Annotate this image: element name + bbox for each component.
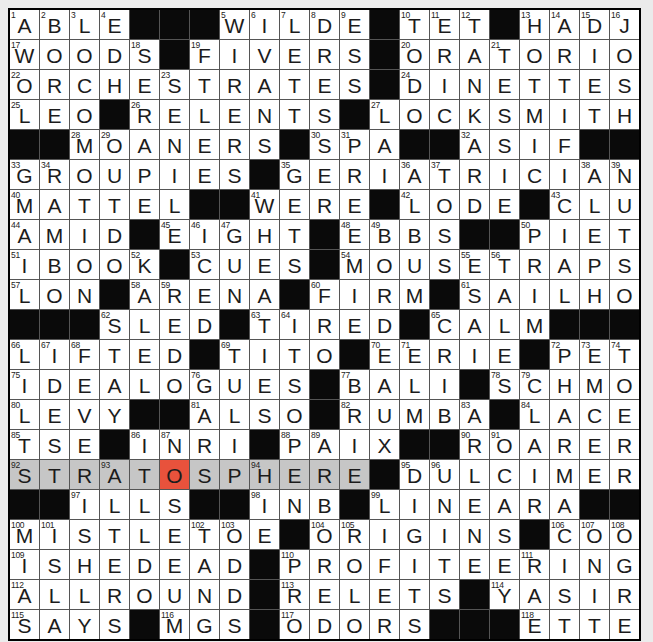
- cell-r21c3[interactable]: Y: [70, 610, 99, 639]
- cell-r16c15[interactable]: 96U: [430, 460, 459, 489]
- cell-r8c14[interactable]: B: [400, 220, 429, 249]
- cell-r13c17[interactable]: 78S: [490, 370, 519, 399]
- cell-r3c12[interactable]: S: [340, 70, 369, 99]
- cell-r2c1[interactable]: 17W: [10, 40, 39, 69]
- cell-r15c8[interactable]: I: [220, 430, 249, 459]
- cell-r12c17[interactable]: E: [490, 340, 519, 369]
- cell-r4c19[interactable]: I: [550, 100, 579, 129]
- cell-r18c19[interactable]: 106C: [550, 520, 579, 549]
- cell-r5c6[interactable]: N: [160, 130, 189, 159]
- cell-r11c15[interactable]: 65C: [430, 310, 459, 339]
- cell-r16c11[interactable]: R: [310, 460, 339, 489]
- cell-r14c2[interactable]: E: [40, 400, 69, 429]
- cell-r17c13[interactable]: 99L: [370, 490, 399, 519]
- cell-r14c19[interactable]: A: [550, 400, 579, 429]
- cell-r18c9[interactable]: E: [250, 520, 279, 549]
- cell-r3c21[interactable]: S: [610, 70, 639, 99]
- cell-r3c7[interactable]: T: [190, 70, 219, 99]
- cell-r20c11[interactable]: E: [310, 580, 339, 609]
- cell-r16c14[interactable]: 95D: [400, 460, 429, 489]
- cell-r7c3[interactable]: T: [70, 190, 99, 219]
- cell-r8c7[interactable]: 46I: [190, 220, 219, 249]
- cell-r8c8[interactable]: 47G: [220, 220, 249, 249]
- cell-r2c21[interactable]: O: [610, 40, 639, 69]
- cell-r15c16[interactable]: 90R: [460, 430, 489, 459]
- cell-r18c1[interactable]: 100M: [10, 520, 39, 549]
- cell-r19c19[interactable]: I: [550, 550, 579, 579]
- cell-r15c7[interactable]: R: [190, 430, 219, 459]
- cell-r4c6[interactable]: E: [160, 100, 189, 129]
- cell-r19c17[interactable]: E: [490, 550, 519, 579]
- cell-r20c1[interactable]: 112A: [10, 580, 39, 609]
- cell-r20c14[interactable]: T: [400, 580, 429, 609]
- cell-r9c4[interactable]: O: [100, 250, 129, 279]
- cell-r10c9[interactable]: A: [250, 280, 279, 309]
- cell-r20c12[interactable]: L: [340, 580, 369, 609]
- cell-r18c21[interactable]: 108O: [610, 520, 639, 549]
- cell-r10c13[interactable]: R: [370, 280, 399, 309]
- cell-r16c12[interactable]: E: [340, 460, 369, 489]
- cell-r16c21[interactable]: R: [610, 460, 639, 489]
- cell-r13c5[interactable]: L: [130, 370, 159, 399]
- cell-r10c18[interactable]: I: [520, 280, 549, 309]
- cell-r19c15[interactable]: T: [430, 550, 459, 579]
- cell-r15c21[interactable]: R: [610, 430, 639, 459]
- cell-r4c10[interactable]: T: [280, 100, 309, 129]
- cell-r12c2[interactable]: 67I: [40, 340, 69, 369]
- cell-r15c2[interactable]: S: [40, 430, 69, 459]
- cell-r5c4[interactable]: 29O: [100, 130, 129, 159]
- cell-r1c18[interactable]: 13H: [520, 10, 549, 39]
- cell-r16c3[interactable]: R: [70, 460, 99, 489]
- cell-r16c10[interactable]: E: [280, 460, 309, 489]
- cell-r17c11[interactable]: B: [310, 490, 339, 519]
- cell-r4c21[interactable]: H: [610, 100, 639, 129]
- cell-r19c2[interactable]: S: [40, 550, 69, 579]
- cell-r6c13[interactable]: I: [370, 160, 399, 189]
- cell-r15c1[interactable]: 85T: [10, 430, 39, 459]
- cell-r19c14[interactable]: I: [400, 550, 429, 579]
- cell-r5c5[interactable]: A: [130, 130, 159, 159]
- cell-r14c15[interactable]: B: [430, 400, 459, 429]
- cell-r18c11[interactable]: 104O: [310, 520, 339, 549]
- cell-r18c14[interactable]: G: [400, 520, 429, 549]
- cell-r3c1[interactable]: 22O: [10, 70, 39, 99]
- cell-r19c18[interactable]: 111R: [520, 550, 549, 579]
- cell-r11c13[interactable]: D: [370, 310, 399, 339]
- cell-r6c16[interactable]: R: [460, 160, 489, 189]
- cell-r1c10[interactable]: 7L: [280, 10, 309, 39]
- cell-r21c21[interactable]: E: [610, 610, 639, 639]
- cell-r3c16[interactable]: N: [460, 70, 489, 99]
- cell-r6c19[interactable]: I: [550, 160, 579, 189]
- cell-r12c3[interactable]: 68F: [70, 340, 99, 369]
- cell-r2c12[interactable]: S: [340, 40, 369, 69]
- cell-r6c5[interactable]: P: [130, 160, 159, 189]
- cell-r5c19[interactable]: F: [550, 130, 579, 159]
- cell-r11c11[interactable]: R: [310, 310, 339, 339]
- cell-r7c6[interactable]: L: [160, 190, 189, 219]
- cell-r20c10[interactable]: 113R: [280, 580, 309, 609]
- cell-r10c11[interactable]: 60F: [310, 280, 339, 309]
- cell-r4c9[interactable]: N: [250, 100, 279, 129]
- cell-r4c14[interactable]: O: [400, 100, 429, 129]
- cell-r14c10[interactable]: O: [280, 400, 309, 429]
- cell-r16c16[interactable]: L: [460, 460, 489, 489]
- cell-r19c7[interactable]: A: [190, 550, 219, 579]
- cell-r20c15[interactable]: S: [430, 580, 459, 609]
- cell-r9c1[interactable]: 51I: [10, 250, 39, 279]
- cell-r21c13[interactable]: R: [370, 610, 399, 639]
- cell-r17c19[interactable]: A: [550, 490, 579, 519]
- cell-r13c7[interactable]: 76G: [190, 370, 219, 399]
- cell-r3c8[interactable]: R: [220, 70, 249, 99]
- cell-r13c6[interactable]: O: [160, 370, 189, 399]
- cell-r12c8[interactable]: 69T: [220, 340, 249, 369]
- cell-r18c8[interactable]: 103O: [220, 520, 249, 549]
- cell-r18c7[interactable]: 102T: [190, 520, 219, 549]
- cell-r4c3[interactable]: O: [70, 100, 99, 129]
- cell-r12c10[interactable]: T: [280, 340, 309, 369]
- cell-r3c17[interactable]: E: [490, 70, 519, 99]
- cell-r18c5[interactable]: L: [130, 520, 159, 549]
- cell-r14c1[interactable]: 80L: [10, 400, 39, 429]
- cell-r5c17[interactable]: S: [490, 130, 519, 159]
- cell-r15c3[interactable]: E: [70, 430, 99, 459]
- cell-r20c7[interactable]: N: [190, 580, 219, 609]
- cell-r11c6[interactable]: E: [160, 310, 189, 339]
- cell-r3c2[interactable]: R: [40, 70, 69, 99]
- cell-r10c14[interactable]: M: [400, 280, 429, 309]
- cell-r19c13[interactable]: F: [370, 550, 399, 579]
- cell-r21c1[interactable]: 115S: [10, 610, 39, 639]
- cell-r2c18[interactable]: O: [520, 40, 549, 69]
- cell-r8c13[interactable]: 49B: [370, 220, 399, 249]
- cell-r8c10[interactable]: T: [280, 220, 309, 249]
- cell-r9c16[interactable]: 55E: [460, 250, 489, 279]
- cell-r9c5[interactable]: 52K: [130, 250, 159, 279]
- cell-r7c17[interactable]: E: [490, 190, 519, 219]
- cell-r17c16[interactable]: E: [460, 490, 489, 519]
- cell-r16c9[interactable]: 94H: [250, 460, 279, 489]
- cell-r13c3[interactable]: E: [70, 370, 99, 399]
- cell-r13c8[interactable]: U: [220, 370, 249, 399]
- cell-r13c10[interactable]: S: [280, 370, 309, 399]
- cell-r13c2[interactable]: D: [40, 370, 69, 399]
- cell-r2c14[interactable]: 20O: [400, 40, 429, 69]
- cell-r14c14[interactable]: M: [400, 400, 429, 429]
- cell-r20c17[interactable]: 114Y: [490, 580, 519, 609]
- cell-r12c14[interactable]: 71E: [400, 340, 429, 369]
- cell-r10c2[interactable]: O: [40, 280, 69, 309]
- cell-r14c3[interactable]: V: [70, 400, 99, 429]
- cell-r20c20[interactable]: I: [580, 580, 609, 609]
- cell-r16c1[interactable]: 92S: [10, 460, 39, 489]
- cell-r3c10[interactable]: T: [280, 70, 309, 99]
- cell-r16c7[interactable]: S: [190, 460, 219, 489]
- cell-r3c18[interactable]: T: [520, 70, 549, 99]
- cell-r8c2[interactable]: M: [40, 220, 69, 249]
- cell-r1c16[interactable]: 12T: [460, 10, 489, 39]
- cell-r21c18[interactable]: 118E: [520, 610, 549, 639]
- cell-r21c19[interactable]: T: [550, 610, 579, 639]
- cell-r21c2[interactable]: A: [40, 610, 69, 639]
- cell-r18c2[interactable]: 101I: [40, 520, 69, 549]
- cell-r7c1[interactable]: 40M: [10, 190, 39, 219]
- cell-r7c16[interactable]: D: [460, 190, 489, 219]
- cell-r8c6[interactable]: 45E: [160, 220, 189, 249]
- cell-r13c14[interactable]: L: [400, 370, 429, 399]
- cell-r12c1[interactable]: 66L: [10, 340, 39, 369]
- cell-r9c20[interactable]: P: [580, 250, 609, 279]
- cell-r7c19[interactable]: 43C: [550, 190, 579, 219]
- cell-r1c2[interactable]: 2B: [40, 10, 69, 39]
- cell-r20c21[interactable]: R: [610, 580, 639, 609]
- cell-r6c11[interactable]: E: [310, 160, 339, 189]
- cell-r12c9[interactable]: I: [250, 340, 279, 369]
- cell-r6c3[interactable]: O: [70, 160, 99, 189]
- cell-r17c9[interactable]: 98I: [250, 490, 279, 519]
- cell-r2c8[interactable]: I: [220, 40, 249, 69]
- cell-r20c6[interactable]: U: [160, 580, 189, 609]
- cell-r13c19[interactable]: H: [550, 370, 579, 399]
- cell-r5c11[interactable]: 30S: [310, 130, 339, 159]
- cell-r12c16[interactable]: I: [460, 340, 489, 369]
- cell-r2c9[interactable]: V: [250, 40, 279, 69]
- cell-r4c2[interactable]: E: [40, 100, 69, 129]
- cell-r7c15[interactable]: O: [430, 190, 459, 219]
- cell-r14c9[interactable]: S: [250, 400, 279, 429]
- cell-r9c12[interactable]: 54M: [340, 250, 369, 279]
- cell-r11c17[interactable]: L: [490, 310, 519, 339]
- cell-r16c17[interactable]: C: [490, 460, 519, 489]
- cell-r9c9[interactable]: E: [250, 250, 279, 279]
- cell-r13c4[interactable]: A: [100, 370, 129, 399]
- cell-r13c12[interactable]: 77B: [340, 370, 369, 399]
- cell-r10c12[interactable]: I: [340, 280, 369, 309]
- cell-r3c14[interactable]: 24D: [400, 70, 429, 99]
- cell-r1c21[interactable]: 16J: [610, 10, 639, 39]
- cell-r15c5[interactable]: 86I: [130, 430, 159, 459]
- cell-r21c7[interactable]: G: [190, 610, 219, 639]
- cell-r5c16[interactable]: 32A: [460, 130, 489, 159]
- cell-r7c21[interactable]: U: [610, 190, 639, 219]
- cell-r1c15[interactable]: 11E: [430, 10, 459, 39]
- cell-r10c1[interactable]: 57L: [10, 280, 39, 309]
- cell-r21c4[interactable]: S: [100, 610, 129, 639]
- cell-r4c18[interactable]: M: [520, 100, 549, 129]
- cell-r12c21[interactable]: 74T: [610, 340, 639, 369]
- cell-r7c12[interactable]: E: [340, 190, 369, 219]
- cell-r3c5[interactable]: E: [130, 70, 159, 99]
- cell-r14c18[interactable]: 84L: [520, 400, 549, 429]
- cell-r2c4[interactable]: D: [100, 40, 129, 69]
- cell-r16c8[interactable]: P: [220, 460, 249, 489]
- cell-r6c17[interactable]: I: [490, 160, 519, 189]
- cell-r3c3[interactable]: C: [70, 70, 99, 99]
- cell-r16c2[interactable]: T: [40, 460, 69, 489]
- cell-r16c6[interactable]: O: [160, 460, 189, 489]
- cell-r9c2[interactable]: B: [40, 250, 69, 279]
- cell-r10c7[interactable]: E: [190, 280, 219, 309]
- cell-r19c1[interactable]: 109I: [10, 550, 39, 579]
- cell-r7c11[interactable]: R: [310, 190, 339, 219]
- cell-r21c12[interactable]: O: [340, 610, 369, 639]
- cell-r2c11[interactable]: R: [310, 40, 339, 69]
- cell-r1c8[interactable]: 5W: [220, 10, 249, 39]
- cell-r13c1[interactable]: 75I: [10, 370, 39, 399]
- cell-r17c14[interactable]: I: [400, 490, 429, 519]
- cell-r2c17[interactable]: 21T: [490, 40, 519, 69]
- cell-r15c17[interactable]: 91O: [490, 430, 519, 459]
- cell-r6c4[interactable]: U: [100, 160, 129, 189]
- cell-r5c12[interactable]: 31P: [340, 130, 369, 159]
- cell-r17c4[interactable]: L: [100, 490, 129, 519]
- cell-r2c3[interactable]: O: [70, 40, 99, 69]
- cell-r21c8[interactable]: S: [220, 610, 249, 639]
- cell-r18c12[interactable]: 105R: [340, 520, 369, 549]
- cell-r10c19[interactable]: L: [550, 280, 579, 309]
- cell-r2c7[interactable]: 19F: [190, 40, 219, 69]
- cell-r20c13[interactable]: E: [370, 580, 399, 609]
- cell-r6c21[interactable]: 39N: [610, 160, 639, 189]
- cell-r4c1[interactable]: 25L: [10, 100, 39, 129]
- cell-r13c18[interactable]: 79C: [520, 370, 549, 399]
- cell-r9c7[interactable]: 53C: [190, 250, 219, 279]
- cell-r3c6[interactable]: 23S: [160, 70, 189, 99]
- cell-r12c5[interactable]: E: [130, 340, 159, 369]
- cell-r1c20[interactable]: 15D: [580, 10, 609, 39]
- cell-r7c5[interactable]: E: [130, 190, 159, 219]
- cell-r10c21[interactable]: O: [610, 280, 639, 309]
- cell-r11c4[interactable]: 62S: [100, 310, 129, 339]
- cell-r20c8[interactable]: D: [220, 580, 249, 609]
- cell-r10c8[interactable]: N: [220, 280, 249, 309]
- cell-r20c4[interactable]: R: [100, 580, 129, 609]
- cell-r4c11[interactable]: S: [310, 100, 339, 129]
- cell-r14c13[interactable]: U: [370, 400, 399, 429]
- cell-r12c15[interactable]: R: [430, 340, 459, 369]
- cell-r19c6[interactable]: E: [160, 550, 189, 579]
- cell-r2c20[interactable]: I: [580, 40, 609, 69]
- cell-r17c10[interactable]: N: [280, 490, 309, 519]
- cell-r18c17[interactable]: S: [490, 520, 519, 549]
- cell-r6c2[interactable]: 34R: [40, 160, 69, 189]
- cell-r11c9[interactable]: 63T: [250, 310, 279, 339]
- cell-r3c11[interactable]: E: [310, 70, 339, 99]
- cell-r10c16[interactable]: 61S: [460, 280, 489, 309]
- cell-r12c6[interactable]: D: [160, 340, 189, 369]
- cell-r19c10[interactable]: 110P: [280, 550, 309, 579]
- cell-r9c3[interactable]: O: [70, 250, 99, 279]
- cell-r11c10[interactable]: 64I: [280, 310, 309, 339]
- cell-r10c3[interactable]: N: [70, 280, 99, 309]
- cell-r13c20[interactable]: M: [580, 370, 609, 399]
- cell-r7c10[interactable]: E: [280, 190, 309, 219]
- cell-r9c17[interactable]: 56T: [490, 250, 519, 279]
- cell-r20c18[interactable]: A: [520, 580, 549, 609]
- cell-r2c19[interactable]: R: [550, 40, 579, 69]
- cell-r21c10[interactable]: 117O: [280, 610, 309, 639]
- cell-r10c5[interactable]: 58A: [130, 280, 159, 309]
- cell-r16c5[interactable]: T: [130, 460, 159, 489]
- cell-r5c13[interactable]: A: [370, 130, 399, 159]
- cell-r12c19[interactable]: 72P: [550, 340, 579, 369]
- cell-r18c3[interactable]: S: [70, 520, 99, 549]
- cell-r2c15[interactable]: R: [430, 40, 459, 69]
- cell-r17c6[interactable]: S: [160, 490, 189, 519]
- cell-r1c1[interactable]: 1A: [10, 10, 39, 39]
- cell-r6c20[interactable]: 38A: [580, 160, 609, 189]
- cell-r8c1[interactable]: 44A: [10, 220, 39, 249]
- cell-r2c2[interactable]: O: [40, 40, 69, 69]
- cell-r21c14[interactable]: S: [400, 610, 429, 639]
- cell-r17c5[interactable]: L: [130, 490, 159, 519]
- cell-r17c18[interactable]: R: [520, 490, 549, 519]
- cell-r1c14[interactable]: 10T: [400, 10, 429, 39]
- cell-r20c19[interactable]: S: [550, 580, 579, 609]
- cell-r6c6[interactable]: I: [160, 160, 189, 189]
- cell-r9c21[interactable]: S: [610, 250, 639, 279]
- cell-r11c12[interactable]: E: [340, 310, 369, 339]
- cell-r7c4[interactable]: T: [100, 190, 129, 219]
- cell-r14c12[interactable]: 82R: [340, 400, 369, 429]
- cell-r10c17[interactable]: A: [490, 280, 519, 309]
- cell-r13c15[interactable]: I: [430, 370, 459, 399]
- cell-r4c7[interactable]: L: [190, 100, 219, 129]
- cell-r16c18[interactable]: I: [520, 460, 549, 489]
- cell-r3c20[interactable]: E: [580, 70, 609, 99]
- cell-r8c20[interactable]: E: [580, 220, 609, 249]
- cell-r10c20[interactable]: H: [580, 280, 609, 309]
- cell-r7c14[interactable]: 42L: [400, 190, 429, 219]
- cell-r6c15[interactable]: 37T: [430, 160, 459, 189]
- cell-r6c14[interactable]: 36A: [400, 160, 429, 189]
- cell-r3c15[interactable]: I: [430, 70, 459, 99]
- cell-r9c18[interactable]: R: [520, 250, 549, 279]
- cell-r14c4[interactable]: Y: [100, 400, 129, 429]
- cell-r20c5[interactable]: O: [130, 580, 159, 609]
- cell-r18c6[interactable]: E: [160, 520, 189, 549]
- cell-r14c16[interactable]: 83A: [460, 400, 489, 429]
- cell-r12c13[interactable]: 70E: [370, 340, 399, 369]
- cell-r6c12[interactable]: R: [340, 160, 369, 189]
- cell-r7c2[interactable]: A: [40, 190, 69, 219]
- cell-r8c18[interactable]: 50P: [520, 220, 549, 249]
- cell-r2c5[interactable]: 18S: [130, 40, 159, 69]
- cell-r15c11[interactable]: 89A: [310, 430, 339, 459]
- cell-r4c15[interactable]: C: [430, 100, 459, 129]
- cell-r14c21[interactable]: E: [610, 400, 639, 429]
- cell-r21c6[interactable]: 116M: [160, 610, 189, 639]
- cell-r7c20[interactable]: L: [580, 190, 609, 219]
- cell-r20c3[interactable]: L: [70, 580, 99, 609]
- cell-r12c4[interactable]: T: [100, 340, 129, 369]
- cell-r19c11[interactable]: R: [310, 550, 339, 579]
- cell-r4c17[interactable]: S: [490, 100, 519, 129]
- cell-r17c17[interactable]: A: [490, 490, 519, 519]
- cell-r16c19[interactable]: M: [550, 460, 579, 489]
- cell-r15c13[interactable]: X: [370, 430, 399, 459]
- cell-r9c19[interactable]: A: [550, 250, 579, 279]
- cell-r8c9[interactable]: H: [250, 220, 279, 249]
- cell-r1c9[interactable]: 6I: [250, 10, 279, 39]
- cell-r8c19[interactable]: I: [550, 220, 579, 249]
- cell-r11c18[interactable]: M: [520, 310, 549, 339]
- cell-r6c1[interactable]: 33G: [10, 160, 39, 189]
- cell-r20c2[interactable]: L: [40, 580, 69, 609]
- cell-r1c12[interactable]: 9E: [340, 10, 369, 39]
